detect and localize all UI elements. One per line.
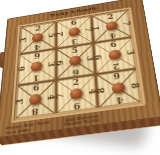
tile-digit: 2 bbox=[107, 13, 114, 21]
tile-field: 2 5 4 3 6 7 3 2 2 7 bbox=[11, 7, 146, 123]
tile-digit: 6 bbox=[17, 66, 27, 72]
tile-digit: 7 bbox=[55, 92, 66, 99]
tile-knob[interactable] bbox=[69, 55, 81, 66]
tray-top-face: Tricky 9 Puzzle 2 5 4 3 6 7 3 2 bbox=[0, 0, 160, 138]
tile-digit: 8 bbox=[96, 87, 107, 94]
tile-digit: 1 bbox=[92, 25, 102, 31]
tile-r1c3[interactable]: 2 7 4 1 bbox=[93, 10, 132, 42]
tile-knob[interactable] bbox=[68, 27, 80, 37]
tile-digit: 7 bbox=[121, 21, 131, 27]
tile-digit: 3 bbox=[15, 98, 26, 105]
tile-digit: 9 bbox=[73, 101, 80, 111]
tile-r1c1[interactable]: 2 5 4 3 bbox=[20, 22, 55, 54]
puzzle-scene: Tricky 9 Puzzle 2 5 4 3 6 7 3 2 bbox=[0, 0, 160, 155]
tile-knob[interactable] bbox=[31, 61, 43, 72]
tile-digit: 9 bbox=[34, 52, 40, 61]
tile-r3c3[interactable]: 9 8 4 8 bbox=[97, 69, 141, 107]
tile-digit: 2 bbox=[73, 77, 80, 87]
tile-digit: 3 bbox=[71, 37, 77, 45]
tile-digit: 2 bbox=[112, 61, 119, 70]
tile-grid: 2 5 4 3 6 7 3 2 2 7 bbox=[16, 10, 141, 118]
tile-knob[interactable] bbox=[29, 93, 42, 105]
tile-digit: 9 bbox=[113, 71, 121, 81]
tile-digit: 3 bbox=[19, 37, 28, 43]
tile-knob[interactable] bbox=[70, 87, 83, 100]
tile-digit: 4 bbox=[115, 95, 123, 105]
tile-knob[interactable] bbox=[108, 50, 121, 61]
tile-r2c1[interactable]: 9 3 1 6 bbox=[18, 50, 55, 84]
tile-digit: 9 bbox=[55, 60, 65, 67]
tile-knob[interactable] bbox=[111, 82, 125, 95]
tile-knob[interactable] bbox=[105, 21, 118, 31]
tile-digit: 6 bbox=[72, 67, 79, 76]
tile-digit: 4 bbox=[109, 32, 116, 40]
tile-knob[interactable] bbox=[32, 33, 43, 43]
tile-digit: 6 bbox=[110, 41, 117, 50]
tile-digit: 4 bbox=[34, 43, 40, 51]
tile-r2c3[interactable]: 6 3 2 9 bbox=[95, 38, 136, 73]
tile-digit: 2 bbox=[55, 31, 64, 37]
tile-digit: 1 bbox=[33, 73, 40, 82]
tile-r3c2[interactable]: 2 4 9 7 bbox=[57, 75, 97, 113]
tile-r2c2[interactable]: 5 3 6 9 bbox=[57, 44, 95, 79]
tile-digit: 3 bbox=[125, 50, 136, 57]
tile-digit: 2 bbox=[35, 25, 41, 33]
tile-digit: 8 bbox=[32, 106, 39, 116]
tile-r1c2[interactable]: 6 7 3 2 bbox=[57, 16, 93, 48]
tile-digit: 6 bbox=[71, 19, 77, 27]
tile-digit: 6 bbox=[33, 83, 40, 93]
tile-digit: 5 bbox=[72, 46, 78, 55]
tile-r3c1[interactable]: 6 4 8 3 bbox=[16, 81, 55, 119]
tile-digit: 8 bbox=[129, 82, 141, 89]
tile-digit: 9 bbox=[94, 54, 105, 61]
wooden-tray: Tricky 9 Puzzle 2 5 4 3 6 7 3 2 bbox=[2, 6, 160, 146]
